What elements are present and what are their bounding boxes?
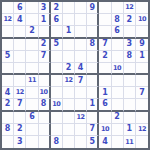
cell-r2c3[interactable] (26, 14, 38, 26)
cell-r10c9[interactable] (99, 112, 111, 124)
cell-r12c5[interactable]: 8 (51, 136, 63, 148)
cell-r6c11[interactable] (124, 63, 136, 75)
cell-r7c8[interactable] (87, 75, 99, 87)
cell-r4c5[interactable]: 5 (51, 39, 63, 51)
cell-r3c7[interactable] (75, 26, 87, 38)
cell-r11c7[interactable] (75, 124, 87, 136)
cell-r1c11[interactable]: 12 (124, 2, 136, 14)
cell-r10c2[interactable] (14, 112, 26, 124)
cell-r12c4[interactable] (39, 136, 51, 148)
cell-r12c3[interactable] (26, 136, 38, 148)
cell-r11c12[interactable]: 12 (136, 124, 148, 136)
cell-r8c11[interactable] (124, 87, 136, 99)
cell-r5c10[interactable] (112, 51, 124, 63)
cell-r1c10[interactable] (112, 2, 124, 14)
cell-r10c12[interactable] (136, 112, 148, 124)
cell-r9c6[interactable] (63, 99, 75, 111)
cell-r11c1[interactable]: 8 (2, 124, 14, 136)
cell-r11c6[interactable] (63, 124, 75, 136)
cell-r8c9[interactable]: 1 (99, 87, 111, 99)
cell-r2c7[interactable] (75, 14, 87, 26)
cell-r1c12[interactable] (136, 2, 148, 14)
cell-r9c7[interactable] (75, 99, 87, 111)
cell-r2c10[interactable]: 8 (112, 14, 124, 26)
cell-r4c4[interactable]: 2 (39, 39, 51, 51)
cell-r11c5[interactable] (51, 124, 63, 136)
cell-r7c7[interactable]: 7 (75, 75, 87, 87)
cell-r9c9[interactable]: 6 (99, 99, 111, 111)
cell-r5c9[interactable]: 2 (99, 51, 111, 63)
cell-r1c3[interactable] (26, 2, 38, 14)
cell-r10c7[interactable]: 12 (75, 112, 87, 124)
cell-r5c5[interactable] (51, 51, 63, 63)
cell-r2c1[interactable]: 12 (2, 14, 14, 26)
cell-r6c7[interactable]: 4 (75, 63, 87, 75)
cell-r4c7[interactable] (75, 39, 87, 51)
cell-r11c10[interactable] (112, 124, 124, 136)
cell-r9c8[interactable]: 1 (87, 99, 99, 111)
cell-r3c10[interactable]: 6 (112, 26, 124, 38)
cell-r3c3[interactable]: 2 (26, 26, 38, 38)
cell-r6c5[interactable] (51, 63, 63, 75)
cell-r1c1[interactable] (2, 2, 14, 14)
cell-r6c12[interactable] (136, 63, 148, 75)
cell-r8c6[interactable] (63, 87, 75, 99)
cell-r2c4[interactable]: 1 (39, 14, 51, 26)
cell-r12c10[interactable] (112, 136, 124, 148)
cell-r8c4[interactable]: 10 (39, 87, 51, 99)
cell-r8c7[interactable] (75, 87, 87, 99)
cell-r1c4[interactable]: 3 (39, 2, 51, 14)
cell-r5c8[interactable] (87, 51, 99, 63)
cell-r12c8[interactable]: 5 (87, 136, 99, 148)
cell-r3c11[interactable] (124, 26, 136, 38)
cell-r1c2[interactable]: 6 (14, 2, 26, 14)
cell-r10c3[interactable]: 6 (26, 112, 38, 124)
cell-r1c5[interactable]: 2 (51, 2, 63, 14)
cell-r6c3[interactable] (26, 63, 38, 75)
cell-r5c11[interactable]: 8 (124, 51, 136, 63)
cell-r9c10[interactable] (112, 99, 124, 111)
cell-r5c2[interactable] (14, 51, 26, 63)
cell-r9c2[interactable]: 7 (14, 99, 26, 111)
cell-r12c6[interactable] (63, 136, 75, 148)
cell-r9c4[interactable]: 8 (39, 99, 51, 111)
cell-r11c2[interactable]: 2 (14, 124, 26, 136)
cell-r8c12[interactable]: 7 (136, 87, 148, 99)
cell-r3c5[interactable] (51, 26, 63, 38)
cell-r10c4[interactable] (39, 112, 51, 124)
cell-r5c3[interactable] (26, 51, 38, 63)
sudoku-board: 6329121241682102162587395728124101112741… (0, 0, 150, 150)
cell-r2c2[interactable]: 4 (14, 14, 26, 26)
cell-r7c5[interactable] (51, 75, 63, 87)
cell-r12c1[interactable] (2, 136, 14, 148)
cell-r2c12[interactable]: 10 (136, 14, 148, 26)
cell-r7c6[interactable]: 12 (63, 75, 75, 87)
cell-r7c9[interactable] (99, 75, 111, 87)
cell-r7c2[interactable] (14, 75, 26, 87)
cell-r2c8[interactable] (87, 14, 99, 26)
cell-r6c6[interactable]: 2 (63, 63, 75, 75)
cell-r9c1[interactable]: 2 (2, 99, 14, 111)
cell-r7c12[interactable] (136, 75, 148, 87)
cell-r2c11[interactable]: 2 (124, 14, 136, 26)
cell-r5c1[interactable]: 5 (2, 51, 14, 63)
cell-r6c2[interactable] (14, 63, 26, 75)
cell-r11c3[interactable] (26, 124, 38, 136)
cell-r4c6[interactable] (63, 39, 75, 51)
cell-r11c8[interactable]: 7 (87, 124, 99, 136)
cell-r4c8[interactable]: 8 (87, 39, 99, 51)
cell-r10c6[interactable] (63, 112, 75, 124)
cell-r3c12[interactable] (136, 26, 148, 38)
cell-r2c5[interactable]: 6 (51, 14, 63, 26)
cell-r6c10[interactable]: 10 (112, 63, 124, 75)
cell-r1c9[interactable] (99, 2, 111, 14)
cell-r9c5[interactable]: 10 (51, 99, 63, 111)
cell-r12c9[interactable]: 4 (99, 136, 111, 148)
cell-r12c7[interactable] (75, 136, 87, 148)
cell-r12c12[interactable] (136, 136, 148, 148)
cell-r6c9[interactable] (99, 63, 111, 75)
cell-r7c11[interactable] (124, 75, 136, 87)
cell-r3c6[interactable]: 1 (63, 26, 75, 38)
cell-r10c10[interactable]: 2 (112, 112, 124, 124)
cell-r6c1[interactable] (2, 63, 14, 75)
cell-r4c10[interactable] (112, 39, 124, 51)
cell-r9c12[interactable] (136, 99, 148, 111)
cell-r4c11[interactable]: 3 (124, 39, 136, 51)
cell-r5c12[interactable]: 1 (136, 51, 148, 63)
cell-r1c8[interactable]: 9 (87, 2, 99, 14)
cell-r9c11[interactable] (124, 99, 136, 111)
cell-r3c2[interactable] (14, 26, 26, 38)
cell-r4c12[interactable]: 9 (136, 39, 148, 51)
cell-r4c3[interactable] (26, 39, 38, 51)
cell-r10c11[interactable] (124, 112, 136, 124)
cell-r5c4[interactable]: 7 (39, 51, 51, 63)
cell-r12c2[interactable]: 3 (14, 136, 26, 148)
cell-r7c1[interactable] (2, 75, 14, 87)
cell-r11c4[interactable] (39, 124, 51, 136)
cell-r4c2[interactable] (14, 39, 26, 51)
cell-r8c5[interactable] (51, 87, 63, 99)
cell-r8c10[interactable] (112, 87, 124, 99)
cell-r10c1[interactable] (2, 112, 14, 124)
cell-r4c1[interactable] (2, 39, 14, 51)
cell-r12c11[interactable]: 11 (124, 136, 136, 148)
cell-r8c1[interactable]: 4 (2, 87, 14, 99)
cell-r6c4[interactable] (39, 63, 51, 75)
cell-r3c1[interactable] (2, 26, 14, 38)
cell-r11c9[interactable]: 10 (99, 124, 111, 136)
cell-r11c11[interactable]: 1 (124, 124, 136, 136)
cell-r10c5[interactable] (51, 112, 63, 124)
cell-r7c4[interactable] (39, 75, 51, 87)
cell-r7c10[interactable] (112, 75, 124, 87)
cell-r4c9[interactable]: 7 (99, 39, 111, 51)
cell-r2c6[interactable] (63, 14, 75, 26)
cell-r5c7[interactable] (75, 51, 87, 63)
cell-r2c9[interactable] (99, 14, 111, 26)
cell-r3c8[interactable] (87, 26, 99, 38)
cell-r10c8[interactable] (87, 112, 99, 124)
cell-r1c6[interactable] (63, 2, 75, 14)
cell-r5c6[interactable] (63, 51, 75, 63)
cell-r8c2[interactable]: 12 (14, 87, 26, 99)
cell-r3c9[interactable] (99, 26, 111, 38)
cell-r9c3[interactable] (26, 99, 38, 111)
cell-r1c7[interactable] (75, 2, 87, 14)
cell-r7c3[interactable]: 11 (26, 75, 38, 87)
cell-r6c8[interactable] (87, 63, 99, 75)
cell-r8c8[interactable] (87, 87, 99, 99)
cell-r8c3[interactable] (26, 87, 38, 99)
cell-r3c4[interactable] (39, 26, 51, 38)
